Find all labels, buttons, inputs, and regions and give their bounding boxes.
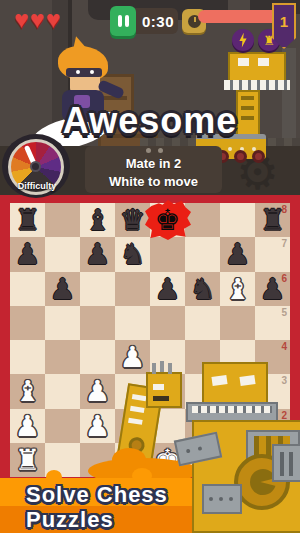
square-a1[interactable]: ♜ (10, 443, 45, 477)
panel-dot (146, 148, 151, 153)
square-b6[interactable]: ♟ (45, 272, 80, 306)
turn-indicator: White to move (85, 174, 222, 189)
white-pawn[interactable]: ♟ (85, 374, 111, 408)
level-value: 1 (280, 13, 288, 47)
black-knight[interactable]: ♞ (190, 272, 216, 306)
square-a8[interactable]: ♜ (10, 203, 45, 237)
square-c2[interactable]: ♟ (80, 409, 115, 443)
black-knight[interactable]: ♞ (120, 237, 146, 271)
square-g7[interactable]: ♟ (220, 237, 255, 271)
timer-group: 0:30 (110, 6, 206, 36)
black-pawn[interactable]: ♟ (225, 237, 251, 271)
robot-top-head (228, 52, 286, 82)
character-eye (76, 70, 80, 74)
heart-icon: ♥ (46, 6, 61, 32)
heart-icon: ♥ (30, 6, 45, 32)
timer-pill: 0:30 (132, 8, 178, 34)
square-e5[interactable] (150, 306, 185, 340)
character-mask (66, 68, 102, 77)
cart-wheel (234, 150, 247, 163)
black-pawn[interactable]: ♟ (260, 272, 286, 306)
white-pawn[interactable]: ♟ (85, 409, 111, 443)
black-pawn[interactable]: ♟ (15, 237, 41, 271)
rank-label: 3 (281, 375, 287, 386)
awesome-title: Awesome (0, 100, 300, 142)
robot-top-jaw (224, 80, 290, 90)
robot-jaw (186, 402, 278, 422)
square-b7[interactable] (45, 237, 80, 271)
cart-wheel (252, 150, 265, 163)
square-a3[interactable]: ♝ (10, 374, 45, 408)
square-c5[interactable] (80, 306, 115, 340)
square-f7[interactable] (185, 237, 220, 271)
square-f6[interactable]: ♞ (185, 272, 220, 306)
square-h8[interactable]: 8♜ (255, 203, 290, 237)
square-a5[interactable] (10, 306, 45, 340)
square-b3[interactable] (45, 374, 80, 408)
rank-label: 4 (281, 341, 287, 352)
square-d6[interactable] (115, 272, 150, 306)
square-e7[interactable] (150, 237, 185, 271)
square-f5[interactable] (185, 306, 220, 340)
square-h7[interactable]: 7 (255, 237, 290, 271)
gauge-hub (30, 161, 41, 172)
square-d4[interactable]: ♟ (115, 340, 150, 374)
square-b8[interactable] (45, 203, 80, 237)
square-d8[interactable]: ♛ (115, 203, 150, 237)
white-bishop[interactable]: ♝ (225, 272, 251, 306)
black-bishop[interactable]: ♝ (85, 203, 111, 237)
black-king[interactable]: ♚ (155, 203, 181, 237)
square-f8[interactable] (185, 203, 220, 237)
lightning-icon (238, 33, 248, 48)
black-pawn[interactable]: ♟ (50, 272, 76, 306)
footer-line2: Puzzles (26, 507, 114, 533)
square-a6[interactable] (10, 272, 45, 306)
robot-hand (272, 444, 300, 482)
square-d7[interactable]: ♞ (115, 237, 150, 271)
square-a2[interactable]: ♟ (10, 409, 45, 443)
square-a7[interactable]: ♟ (10, 237, 45, 271)
heart-icon: ♥ (14, 6, 29, 32)
square-e6[interactable]: ♟ (150, 272, 185, 306)
white-rook[interactable]: ♜ (15, 443, 41, 477)
robot-top-eye (238, 58, 249, 66)
black-queen[interactable]: ♛ (120, 203, 146, 237)
square-e8[interactable]: ♚ (150, 203, 185, 237)
black-rook[interactable]: ♜ (260, 203, 286, 237)
pause-icon (118, 15, 122, 27)
footer-line1: Solve Chess (26, 482, 168, 508)
square-d5[interactable] (115, 306, 150, 340)
robot-small-head (146, 372, 182, 408)
square-g6[interactable]: ♝ (220, 272, 255, 306)
lightning-badge[interactable] (232, 29, 254, 51)
square-b2[interactable] (45, 409, 80, 443)
lives-hearts: ♥♥♥ (14, 6, 61, 32)
white-pawn[interactable]: ♟ (120, 340, 146, 374)
square-h6[interactable]: 6♟ (255, 272, 290, 306)
puzzle-goal: Mate in 2 (85, 156, 222, 171)
panel-dot (158, 148, 163, 153)
timer-value: 0:30 (142, 13, 174, 30)
white-pawn[interactable]: ♟ (15, 409, 41, 443)
square-a4[interactable] (10, 340, 45, 374)
difficulty-label: Difficulty (0, 181, 74, 191)
black-pawn[interactable]: ♟ (85, 237, 111, 271)
pause-icon (125, 15, 129, 27)
black-pawn[interactable]: ♟ (155, 272, 181, 306)
square-c7[interactable]: ♟ (80, 237, 115, 271)
square-c8[interactable]: ♝ (80, 203, 115, 237)
square-c6[interactable] (80, 272, 115, 306)
white-bishop[interactable]: ♝ (15, 374, 41, 408)
black-rook[interactable]: ♜ (15, 203, 41, 237)
robot-top-eye (258, 58, 269, 66)
character-eye (90, 70, 94, 74)
square-g8[interactable] (220, 203, 255, 237)
square-g5[interactable] (220, 306, 255, 340)
rank-label: 7 (281, 238, 287, 249)
rank-label: 5 (281, 307, 287, 318)
pause-button[interactable] (110, 6, 136, 36)
square-h5[interactable]: 5 (255, 306, 290, 340)
square-c3[interactable]: ♟ (80, 374, 115, 408)
square-c4[interactable] (80, 340, 115, 374)
square-b4[interactable] (45, 340, 80, 374)
square-b5[interactable] (45, 306, 80, 340)
